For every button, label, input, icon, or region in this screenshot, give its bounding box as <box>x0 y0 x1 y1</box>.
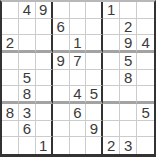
sudoku-cell-r3c3[interactable] <box>36 35 53 53</box>
sudoku-cell-r2c7[interactable] <box>103 19 120 36</box>
sudoku-cell-r4c9[interactable] <box>137 53 154 70</box>
sudoku-cell-r5c4[interactable] <box>53 70 70 87</box>
sudoku-cell-r9c6[interactable] <box>86 137 103 154</box>
sudoku-cell-r4c4[interactable]: 9 <box>53 53 70 70</box>
sudoku-cell-r2c3[interactable] <box>36 19 53 36</box>
sudoku-cell-r5c3[interactable] <box>36 70 53 87</box>
sudoku-cell-r4c3[interactable] <box>36 53 53 70</box>
sudoku-cell-r8c5[interactable] <box>70 121 87 138</box>
sudoku-cell-r4c5[interactable]: 7 <box>70 53 87 70</box>
sudoku-cell-r8c7[interactable] <box>103 121 120 138</box>
sudoku-cell-r2c1[interactable] <box>2 19 19 36</box>
sudoku-cell-r8c9[interactable] <box>137 121 154 138</box>
sudoku-cell-r6c2[interactable]: 8 <box>19 86 36 104</box>
sudoku-cell-r1c3[interactable]: 9 <box>36 2 53 19</box>
sudoku-cell-r9c9[interactable] <box>137 137 154 154</box>
sudoku-cell-r1c7[interactable]: 1 <box>103 2 120 19</box>
sudoku-cell-r2c2[interactable] <box>19 19 36 36</box>
sudoku-cell-r9c2[interactable] <box>19 137 36 154</box>
sudoku-cell-r1c1[interactable] <box>2 2 19 19</box>
sudoku-cell-r6c3[interactable] <box>36 86 53 104</box>
sudoku-cell-r6c1[interactable] <box>2 86 19 104</box>
sudoku-cell-r8c3[interactable] <box>36 121 53 138</box>
sudoku-cell-r8c1[interactable] <box>2 121 19 138</box>
sudoku-cell-r2c8[interactable]: 2 <box>120 19 137 36</box>
sudoku-cell-r6c7[interactable] <box>103 86 120 104</box>
sudoku-cell-r9c4[interactable] <box>53 137 70 154</box>
sudoku-cell-r7c2[interactable]: 3 <box>19 104 36 121</box>
sudoku-cell-r9c3[interactable]: 1 <box>36 137 53 154</box>
sudoku-cell-r7c4[interactable] <box>53 104 70 121</box>
sudoku-cell-r9c8[interactable]: 3 <box>120 137 137 154</box>
sudoku-cell-r9c7[interactable]: 2 <box>103 137 120 154</box>
sudoku-cell-r5c1[interactable] <box>2 70 19 87</box>
sudoku-cell-r4c8[interactable]: 5 <box>120 53 137 70</box>
sudoku-cell-r9c5[interactable] <box>70 137 87 154</box>
sudoku-board: 49162219497558845836569123 <box>0 0 156 157</box>
sudoku-cell-r1c9[interactable] <box>137 2 154 19</box>
sudoku-cell-r3c2[interactable] <box>19 35 36 53</box>
sudoku-cell-r3c1[interactable]: 2 <box>2 35 19 53</box>
sudoku-cell-r3c8[interactable]: 9 <box>120 35 137 53</box>
sudoku-cell-r2c6[interactable] <box>86 19 103 36</box>
sudoku-cell-r4c2[interactable] <box>19 53 36 70</box>
sudoku-cell-r5c5[interactable] <box>70 70 87 87</box>
sudoku-cell-r5c2[interactable]: 5 <box>19 70 36 87</box>
sudoku-cell-r7c3[interactable] <box>36 104 53 121</box>
sudoku-cell-r8c4[interactable] <box>53 121 70 138</box>
sudoku-cell-r1c5[interactable] <box>70 2 87 19</box>
sudoku-cell-r5c7[interactable] <box>103 70 120 87</box>
sudoku-cell-r7c6[interactable] <box>86 104 103 121</box>
sudoku-cell-r3c7[interactable] <box>103 35 120 53</box>
sudoku-cell-r4c7[interactable] <box>103 53 120 70</box>
sudoku-cell-r8c6[interactable]: 9 <box>86 121 103 138</box>
sudoku-cell-r3c6[interactable] <box>86 35 103 53</box>
sudoku-cell-r5c9[interactable] <box>137 70 154 87</box>
sudoku-cell-r2c5[interactable] <box>70 19 87 36</box>
sudoku-cell-r1c8[interactable] <box>120 2 137 19</box>
sudoku-cell-r6c5[interactable]: 4 <box>70 86 87 104</box>
sudoku-cell-r6c6[interactable]: 5 <box>86 86 103 104</box>
sudoku-cell-r7c8[interactable] <box>120 104 137 121</box>
sudoku-cell-r4c6[interactable] <box>86 53 103 70</box>
sudoku-cell-r1c6[interactable] <box>86 2 103 19</box>
sudoku-cell-r5c8[interactable]: 8 <box>120 70 137 87</box>
sudoku-cell-r3c4[interactable] <box>53 35 70 53</box>
sudoku-cell-r7c9[interactable]: 5 <box>137 104 154 121</box>
sudoku-cell-r6c8[interactable] <box>120 86 137 104</box>
sudoku-cell-r2c9[interactable] <box>137 19 154 36</box>
sudoku-cell-r5c6[interactable] <box>86 70 103 87</box>
sudoku-cell-r7c5[interactable]: 6 <box>70 104 87 121</box>
sudoku-cell-r9c1[interactable] <box>2 137 19 154</box>
sudoku-cell-r7c7[interactable] <box>103 104 120 121</box>
sudoku-cell-r6c4[interactable] <box>53 86 70 104</box>
sudoku-cell-r7c1[interactable]: 8 <box>2 104 19 121</box>
sudoku-cell-r2c4[interactable]: 6 <box>53 19 70 36</box>
sudoku-cell-r1c4[interactable] <box>53 2 70 19</box>
sudoku-cell-r3c5[interactable]: 1 <box>70 35 87 53</box>
sudoku-cell-r6c9[interactable] <box>137 86 154 104</box>
sudoku-cell-r4c1[interactable] <box>2 53 19 70</box>
sudoku-cell-r8c8[interactable] <box>120 121 137 138</box>
sudoku-cell-r1c2[interactable]: 4 <box>19 2 36 19</box>
sudoku-cell-r8c2[interactable]: 6 <box>19 121 36 138</box>
sudoku-cell-r3c9[interactable]: 4 <box>137 35 154 53</box>
